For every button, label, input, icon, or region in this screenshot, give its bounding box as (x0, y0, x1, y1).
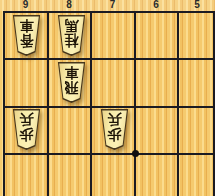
kanji-bottom: 兵 (11, 113, 42, 128)
grid-line-horizontal (3, 11, 215, 13)
kanji-bottom: 車 (56, 66, 87, 81)
piece-body: 桂 馬 (56, 15, 87, 56)
shogi-piece-lance-9a[interactable]: 香 車 (11, 15, 42, 56)
coordinate-strip: 9 8 7 6 5 (0, 0, 215, 11)
grid-line-vertical (90, 11, 92, 196)
file-label-6: 6 (153, 0, 159, 11)
grid-line-horizontal (3, 106, 215, 108)
grid-line-horizontal (3, 153, 215, 155)
grid-line-vertical (213, 11, 215, 196)
grid-line-vertical (47, 11, 49, 196)
shogi-board-view[interactable]: 9 8 7 6 5 香 車 (0, 0, 215, 196)
piece-body: 香 車 (11, 15, 42, 56)
kanji-bottom: 車 (11, 19, 42, 34)
piece-kanji: 歩 兵 (11, 113, 42, 142)
kanji-top: 香 (11, 33, 42, 48)
piece-kanji: 飛 車 (56, 66, 87, 95)
kanji-top: 飛 (56, 80, 87, 95)
kanji-top: 歩 (11, 127, 42, 142)
grid-line-horizontal (3, 58, 215, 60)
file-label-9: 9 (23, 0, 29, 11)
piece-body: 歩 兵 (11, 109, 42, 150)
kanji-bottom: 兵 (99, 113, 130, 128)
file-label-5: 5 (194, 0, 200, 11)
shogi-piece-rook-8b[interactable]: 飛 車 (56, 62, 87, 103)
grid-line-vertical (177, 11, 179, 196)
piece-kanji: 歩 兵 (99, 113, 130, 142)
kanji-top: 歩 (99, 127, 130, 142)
file-label-7: 7 (110, 0, 116, 11)
kanji-bottom: 馬 (56, 19, 87, 34)
shogi-piece-pawn-7c[interactable]: 歩 兵 (99, 109, 130, 150)
grid-line-vertical (3, 11, 5, 196)
piece-kanji: 香 車 (11, 19, 42, 48)
piece-body: 飛 車 (56, 62, 87, 103)
shogi-piece-knight-8a[interactable]: 桂 馬 (56, 15, 87, 56)
shogi-piece-pawn-9c[interactable]: 歩 兵 (11, 109, 42, 150)
piece-kanji: 桂 馬 (56, 19, 87, 48)
star-point (132, 150, 139, 157)
file-label-8: 8 (66, 0, 72, 11)
kanji-top: 桂 (56, 33, 87, 48)
grid-line-vertical (134, 11, 136, 196)
piece-body: 歩 兵 (99, 109, 130, 150)
